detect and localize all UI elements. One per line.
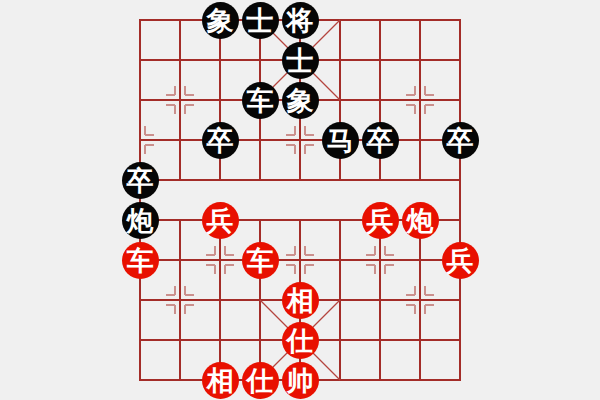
piece-black-e9[interactable]: 将 <box>282 2 319 39</box>
piece-black-a5[interactable]: 卒 <box>122 162 159 199</box>
piece-red-d3[interactable]: 车 <box>242 242 279 279</box>
piece-black-d9[interactable]: 士 <box>242 2 279 39</box>
xiangqi-board: 象士将士车象卒马卒卒卒炮兵兵炮车车兵相仕相仕帅 <box>0 0 600 400</box>
piece-black-e8[interactable]: 士 <box>282 42 319 79</box>
piece-black-i6[interactable]: 卒 <box>442 122 479 159</box>
piece-black-c6[interactable]: 卒 <box>202 122 239 159</box>
pieces-layer: 象士将士车象卒马卒卒卒炮兵兵炮车车兵相仕相仕帅 <box>0 0 600 400</box>
piece-red-i3[interactable]: 兵 <box>442 242 479 279</box>
piece-red-h4[interactable]: 炮 <box>402 202 439 239</box>
piece-red-d0[interactable]: 仕 <box>242 362 279 399</box>
piece-black-f6[interactable]: 马 <box>322 122 359 159</box>
piece-red-e2[interactable]: 相 <box>282 282 319 319</box>
piece-black-a4[interactable]: 炮 <box>122 202 159 239</box>
piece-black-e7[interactable]: 象 <box>282 82 319 119</box>
piece-black-c9[interactable]: 象 <box>202 2 239 39</box>
piece-red-c4[interactable]: 兵 <box>202 202 239 239</box>
piece-red-e0[interactable]: 帅 <box>282 362 319 399</box>
piece-black-d7[interactable]: 车 <box>242 82 279 119</box>
piece-black-g6[interactable]: 卒 <box>362 122 399 159</box>
piece-red-g4[interactable]: 兵 <box>362 202 399 239</box>
piece-red-e1[interactable]: 仕 <box>282 322 319 359</box>
piece-red-a3[interactable]: 车 <box>122 242 159 279</box>
piece-red-c0[interactable]: 相 <box>202 362 239 399</box>
